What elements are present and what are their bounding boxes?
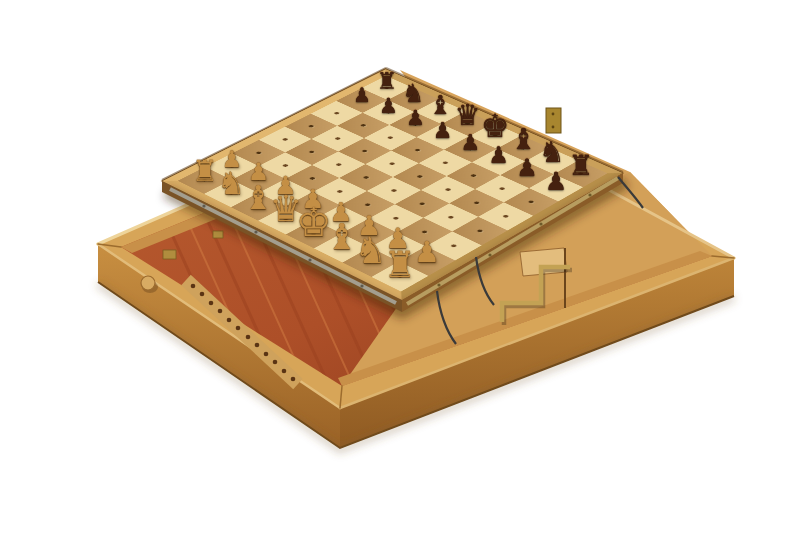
peg-hole (390, 189, 397, 193)
case-side-knob[interactable] (141, 276, 155, 290)
peg-hole (360, 124, 367, 127)
piece-black-pawn-h7[interactable]: ♟ (545, 168, 567, 193)
peg-hole (334, 137, 341, 140)
piece-black-pawn-a7[interactable]: ♟ (353, 85, 371, 105)
piece-black-king-e8[interactable]: ♚ (481, 110, 510, 142)
piece-black-queen-d8[interactable]: ♛ (454, 101, 480, 130)
peg-hole (308, 125, 315, 128)
peg-hole (308, 150, 315, 153)
peg-hole (364, 203, 371, 207)
peg-hole (336, 190, 343, 194)
piece-black-pawn-f7[interactable]: ♟ (488, 144, 509, 167)
piece-black-bishop-f8[interactable]: ♝ (510, 125, 536, 154)
piece-white-rook-h1[interactable]: ♜ (384, 247, 416, 283)
peg-hole (255, 151, 262, 154)
peg-hole (528, 200, 535, 204)
peg-hole (335, 163, 342, 166)
travel-chess-set-photo: ♜♞♝♛♚♝♞♜♟♟♟♟♟♟♟♟♟♟♟♟♟♟♟♟♜♞♝♛♚♝♞♜ (0, 0, 800, 533)
piece-black-pawn-c7[interactable]: ♟ (406, 108, 425, 129)
piece-black-rook-a8[interactable]: ♜ (376, 70, 397, 93)
peg-hole (444, 188, 451, 192)
piece-white-bishop-f1[interactable]: ♝ (326, 219, 358, 255)
peg-hole (421, 230, 428, 234)
piece-white-knight-b1[interactable]: ♞ (217, 169, 245, 200)
peg-hole (389, 162, 396, 165)
piece-black-pawn-e7[interactable]: ♟ (461, 132, 481, 154)
piece-black-rook-h8[interactable]: ♜ (568, 152, 593, 180)
peg-hole (416, 175, 423, 179)
peg-hole (361, 149, 368, 152)
peg-hole (387, 136, 394, 139)
peg-hole (392, 216, 399, 220)
peg-hole (447, 215, 454, 219)
peg-hole (476, 229, 483, 233)
peg-hole (470, 174, 477, 178)
piece-white-knight-g1[interactable]: ♞ (355, 233, 387, 269)
piece-white-pawn-h2[interactable]: ♟ (414, 238, 440, 267)
piece-black-bishop-c8[interactable]: ♝ (429, 91, 452, 117)
peg-hole (333, 112, 340, 115)
peg-hole (309, 177, 316, 181)
piece-black-pawn-b7[interactable]: ♟ (379, 96, 398, 117)
peg-hole (282, 138, 289, 141)
piece-black-pawn-d7[interactable]: ♟ (433, 120, 453, 142)
peg-hole (473, 201, 480, 205)
peg-hole (502, 214, 509, 218)
brass-plate-left-rim (163, 250, 176, 259)
case-hinge-far-wall (546, 108, 561, 133)
piece-white-rook-a1[interactable]: ♜ (192, 157, 218, 186)
peg-hole (419, 202, 426, 206)
brass-plate-left-wall (213, 231, 223, 238)
peg-hole (442, 161, 449, 164)
piece-black-pawn-g7[interactable]: ♟ (516, 156, 538, 180)
peg-hole (363, 176, 370, 180)
peg-hole (450, 244, 457, 248)
peg-hole (414, 148, 421, 151)
peg-hole (282, 164, 289, 167)
piece-black-knight-g8[interactable]: ♞ (539, 138, 565, 167)
piece-black-knight-b8[interactable]: ♞ (402, 80, 424, 105)
peg-hole (499, 187, 506, 191)
